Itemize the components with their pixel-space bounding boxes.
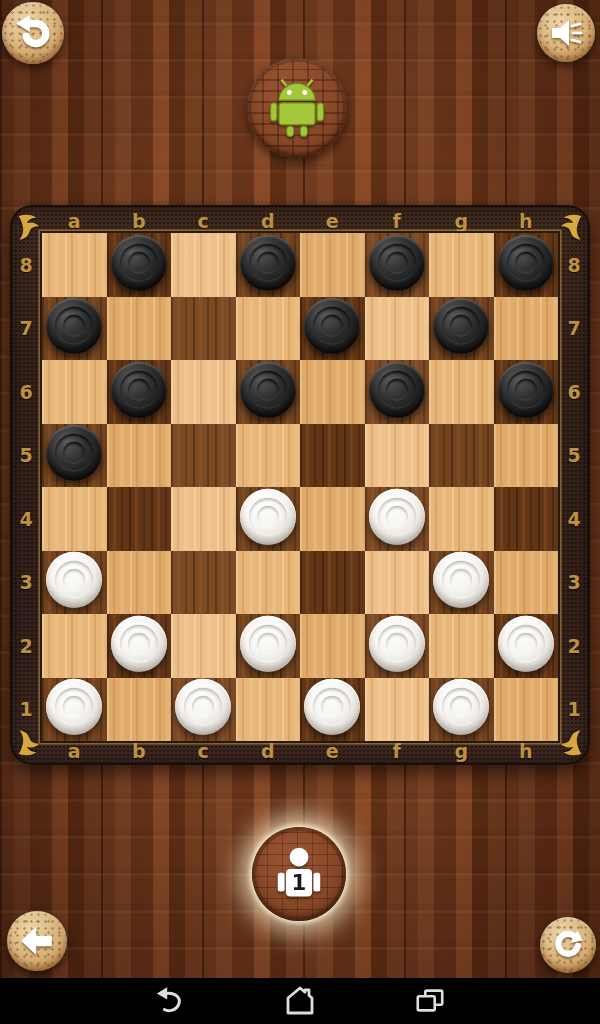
square-f5[interactable] bbox=[365, 424, 430, 488]
square-a8[interactable] bbox=[42, 233, 107, 297]
square-h2[interactable] bbox=[494, 614, 559, 678]
square-f4[interactable] bbox=[365, 487, 430, 551]
home-icon bbox=[283, 984, 317, 1018]
black-man-f8[interactable] bbox=[369, 235, 425, 291]
coord-label: 8 bbox=[13, 233, 39, 297]
coord-label: 1 bbox=[561, 678, 587, 742]
square-f1[interactable] bbox=[365, 678, 430, 742]
coord-label: 2 bbox=[13, 614, 39, 678]
black-man-d6[interactable] bbox=[240, 362, 296, 418]
square-c5[interactable] bbox=[171, 424, 236, 488]
coord-label: f bbox=[365, 208, 430, 234]
square-b7[interactable] bbox=[107, 297, 172, 361]
coord-label: 1 bbox=[13, 678, 39, 742]
back-button[interactable] bbox=[7, 911, 67, 971]
square-d1[interactable] bbox=[236, 678, 301, 742]
square-a6[interactable] bbox=[42, 360, 107, 424]
square-h3[interactable] bbox=[494, 551, 559, 615]
square-b4[interactable] bbox=[107, 487, 172, 551]
speaker-icon bbox=[549, 16, 583, 50]
square-f7[interactable] bbox=[365, 297, 430, 361]
piece-ring bbox=[63, 696, 85, 718]
player-number: 1 bbox=[292, 870, 307, 895]
coord-label: 6 bbox=[13, 360, 39, 424]
board-grid bbox=[42, 233, 558, 741]
rank-labels-right: 87654321 bbox=[561, 233, 587, 741]
piece-ring bbox=[386, 506, 408, 528]
coord-label: h bbox=[494, 738, 559, 764]
opponent-badge[interactable] bbox=[247, 58, 347, 158]
coord-label: 5 bbox=[13, 424, 39, 488]
square-c1[interactable] bbox=[171, 678, 236, 742]
piece-ring bbox=[128, 252, 150, 274]
piece-ring bbox=[257, 252, 279, 274]
square-b2[interactable] bbox=[107, 614, 172, 678]
sound-button[interactable] bbox=[537, 4, 595, 62]
square-a5[interactable] bbox=[42, 424, 107, 488]
file-labels-top: abcdefgh bbox=[42, 208, 558, 234]
coord-label: 4 bbox=[561, 487, 587, 551]
black-man-b6[interactable] bbox=[111, 362, 167, 418]
nav-back-button[interactable] bbox=[150, 983, 190, 1019]
square-e4[interactable] bbox=[300, 487, 365, 551]
square-g5[interactable] bbox=[429, 424, 494, 488]
white-man-d2[interactable] bbox=[240, 616, 296, 672]
white-man-f2[interactable] bbox=[369, 616, 425, 672]
square-f2[interactable] bbox=[365, 614, 430, 678]
square-a4[interactable] bbox=[42, 487, 107, 551]
black-man-g7[interactable] bbox=[433, 298, 489, 354]
piece-ring bbox=[450, 315, 472, 337]
coord-label: 5 bbox=[561, 424, 587, 488]
coord-label: c bbox=[171, 208, 236, 234]
square-e8[interactable] bbox=[300, 233, 365, 297]
android-robot-icon bbox=[266, 77, 328, 139]
coord-label: 7 bbox=[561, 297, 587, 361]
white-man-c1[interactable] bbox=[175, 679, 231, 735]
black-man-d8[interactable] bbox=[240, 235, 296, 291]
coord-label: 3 bbox=[13, 551, 39, 615]
nav-home-button[interactable] bbox=[280, 983, 320, 1019]
square-g6[interactable] bbox=[429, 360, 494, 424]
coord-label: e bbox=[300, 738, 365, 764]
coord-label: 2 bbox=[561, 614, 587, 678]
piece-ring bbox=[63, 442, 85, 464]
square-b6[interactable] bbox=[107, 360, 172, 424]
square-b8[interactable] bbox=[107, 233, 172, 297]
square-h1[interactable] bbox=[494, 678, 559, 742]
coord-label: h bbox=[494, 208, 559, 234]
coord-label: 4 bbox=[13, 487, 39, 551]
square-g7[interactable] bbox=[429, 297, 494, 361]
player-icon: 1 bbox=[269, 844, 329, 904]
piece-ring bbox=[63, 569, 85, 591]
black-man-f6[interactable] bbox=[369, 362, 425, 418]
white-man-e1[interactable] bbox=[304, 679, 360, 735]
white-man-h2[interactable] bbox=[498, 616, 554, 672]
coord-label: 3 bbox=[561, 551, 587, 615]
square-d3[interactable] bbox=[236, 551, 301, 615]
android-navbar bbox=[0, 978, 600, 1024]
coord-label: b bbox=[107, 208, 172, 234]
square-h8[interactable] bbox=[494, 233, 559, 297]
piece-ring bbox=[386, 379, 408, 401]
square-g3[interactable] bbox=[429, 551, 494, 615]
square-d8[interactable] bbox=[236, 233, 301, 297]
coord-label: g bbox=[429, 738, 494, 764]
piece-ring bbox=[257, 379, 279, 401]
coord-label: d bbox=[236, 208, 301, 234]
redo-icon bbox=[551, 928, 585, 962]
nav-recents-button[interactable] bbox=[410, 983, 450, 1019]
arrow-left-icon bbox=[19, 923, 55, 959]
square-a1[interactable] bbox=[42, 678, 107, 742]
square-g2[interactable] bbox=[429, 614, 494, 678]
black-man-h8[interactable] bbox=[498, 235, 554, 291]
piece-ring bbox=[386, 252, 408, 274]
piece-ring bbox=[450, 569, 472, 591]
black-man-a5[interactable] bbox=[46, 425, 102, 481]
white-man-f4[interactable] bbox=[369, 489, 425, 545]
coord-label: b bbox=[107, 738, 172, 764]
square-f8[interactable] bbox=[365, 233, 430, 297]
piece-ring bbox=[128, 379, 150, 401]
black-man-a7[interactable] bbox=[46, 298, 102, 354]
undo-icon bbox=[14, 14, 52, 52]
coord-label: g bbox=[429, 208, 494, 234]
white-man-a1[interactable] bbox=[46, 679, 102, 735]
square-c2[interactable] bbox=[171, 614, 236, 678]
square-b1[interactable] bbox=[107, 678, 172, 742]
square-a7[interactable] bbox=[42, 297, 107, 361]
white-man-b2[interactable] bbox=[111, 616, 167, 672]
square-g4[interactable] bbox=[429, 487, 494, 551]
square-d7[interactable] bbox=[236, 297, 301, 361]
square-d4[interactable] bbox=[236, 487, 301, 551]
square-a3[interactable] bbox=[42, 551, 107, 615]
coord-label: a bbox=[42, 208, 107, 234]
piece-ring bbox=[128, 633, 150, 655]
piece-ring bbox=[257, 633, 279, 655]
rank-labels-left: 87654321 bbox=[13, 233, 39, 741]
square-c8[interactable] bbox=[171, 233, 236, 297]
square-h5[interactable] bbox=[494, 424, 559, 488]
square-f6[interactable] bbox=[365, 360, 430, 424]
square-h7[interactable] bbox=[494, 297, 559, 361]
checkers-board: abcdefgh abcdefgh 87654321 87654321 bbox=[10, 205, 590, 765]
square-h6[interactable] bbox=[494, 360, 559, 424]
coord-label: c bbox=[171, 738, 236, 764]
recents-icon bbox=[414, 985, 446, 1017]
square-e6[interactable] bbox=[300, 360, 365, 424]
square-d6[interactable] bbox=[236, 360, 301, 424]
white-man-d4[interactable] bbox=[240, 489, 296, 545]
piece-ring bbox=[63, 315, 85, 337]
coord-label: 6 bbox=[561, 360, 587, 424]
square-c7[interactable] bbox=[171, 297, 236, 361]
undo-button[interactable] bbox=[2, 2, 64, 64]
piece-ring bbox=[515, 379, 537, 401]
white-man-g1[interactable] bbox=[433, 679, 489, 735]
square-d5[interactable] bbox=[236, 424, 301, 488]
restart-button[interactable] bbox=[540, 917, 596, 973]
coord-label: a bbox=[42, 738, 107, 764]
piece-ring bbox=[515, 252, 537, 274]
back-icon bbox=[154, 985, 186, 1017]
coord-label: d bbox=[236, 738, 301, 764]
square-g1[interactable] bbox=[429, 678, 494, 742]
piece-ring bbox=[257, 506, 279, 528]
white-man-g3[interactable] bbox=[433, 552, 489, 608]
square-a2[interactable] bbox=[42, 614, 107, 678]
piece-ring bbox=[450, 696, 472, 718]
black-man-e7[interactable] bbox=[304, 298, 360, 354]
square-b5[interactable] bbox=[107, 424, 172, 488]
piece-ring bbox=[192, 696, 214, 718]
black-man-b8[interactable] bbox=[111, 235, 167, 291]
square-e2[interactable] bbox=[300, 614, 365, 678]
coord-label: e bbox=[300, 208, 365, 234]
piece-ring bbox=[515, 633, 537, 655]
square-d2[interactable] bbox=[236, 614, 301, 678]
player-turn-badge[interactable]: 1 bbox=[252, 827, 346, 921]
square-e7[interactable] bbox=[300, 297, 365, 361]
piece-ring bbox=[386, 633, 408, 655]
piece-ring bbox=[321, 315, 343, 337]
white-man-a3[interactable] bbox=[46, 552, 102, 608]
square-c3[interactable] bbox=[171, 551, 236, 615]
coord-label: f bbox=[365, 738, 430, 764]
file-labels-bottom: abcdefgh bbox=[42, 738, 558, 764]
black-man-h6[interactable] bbox=[498, 362, 554, 418]
square-e5[interactable] bbox=[300, 424, 365, 488]
piece-ring bbox=[321, 696, 343, 718]
coord-label: 8 bbox=[561, 233, 587, 297]
square-e1[interactable] bbox=[300, 678, 365, 742]
square-b3[interactable] bbox=[107, 551, 172, 615]
square-c4[interactable] bbox=[171, 487, 236, 551]
square-e3[interactable] bbox=[300, 551, 365, 615]
square-f3[interactable] bbox=[365, 551, 430, 615]
square-h4[interactable] bbox=[494, 487, 559, 551]
square-g8[interactable] bbox=[429, 233, 494, 297]
square-c6[interactable] bbox=[171, 360, 236, 424]
coord-label: 7 bbox=[13, 297, 39, 361]
